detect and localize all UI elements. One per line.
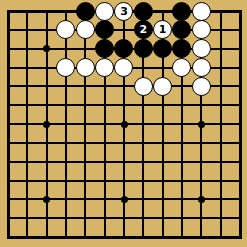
white-stone xyxy=(76,58,95,77)
black-stone xyxy=(134,2,153,21)
white-stone xyxy=(192,2,211,21)
black-stone xyxy=(172,20,191,39)
white-stone xyxy=(95,58,114,77)
stones-layer: 321 xyxy=(0,2,247,247)
white-stone xyxy=(192,77,211,96)
black-stone xyxy=(95,39,114,58)
white-stone xyxy=(56,58,75,77)
black-stone xyxy=(134,39,153,58)
white-stone xyxy=(56,20,75,39)
black-stone xyxy=(114,39,133,58)
white-stone xyxy=(134,77,153,96)
white-stone xyxy=(76,20,95,39)
white-stone xyxy=(153,77,172,96)
black-stone xyxy=(172,2,191,21)
move-3-white-stone: 3 xyxy=(114,2,133,21)
move-2-black-stone: 2 xyxy=(134,20,153,39)
white-stone xyxy=(192,20,211,39)
white-stone xyxy=(172,58,191,77)
white-stone xyxy=(192,39,211,58)
move-1-white-stone: 1 xyxy=(153,20,172,39)
black-stone xyxy=(172,39,191,58)
white-stone xyxy=(114,58,133,77)
black-stone xyxy=(153,39,172,58)
black-stone xyxy=(76,2,95,21)
go-board: 321 xyxy=(0,0,247,247)
white-stone xyxy=(95,2,114,21)
white-stone xyxy=(192,58,211,77)
black-stone xyxy=(95,20,114,39)
